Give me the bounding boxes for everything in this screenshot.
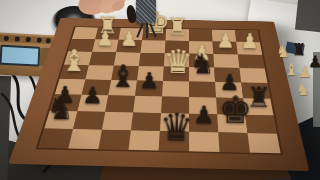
square-f8[interactable]	[98, 130, 131, 150]
square-a8[interactable]	[248, 133, 281, 153]
square-b3[interactable]	[213, 54, 239, 68]
square-d1[interactable]: ♜	[165, 29, 189, 41]
piece-bQ-d8[interactable]: ♛	[159, 108, 190, 147]
square-d5[interactable]	[162, 81, 189, 97]
captured-piece-wN[interactable]: ♞	[296, 82, 310, 98]
square-b8[interactable]	[218, 132, 250, 152]
square-g7[interactable]	[73, 111, 105, 129]
piece-bN-c4[interactable]: ♞	[189, 50, 215, 78]
square-c5[interactable]	[189, 82, 216, 98]
square-e3[interactable]	[139, 53, 165, 67]
square-g8[interactable]	[68, 129, 102, 149]
chess-board: ♜♚♜♟♟♟♟♟♝♛♞♝♟♟♟♟♜♞♟♚♛	[8, 18, 309, 171]
camera-tripod-leg	[146, 23, 148, 38]
square-c1[interactable]	[189, 29, 213, 41]
square-h8[interactable]	[38, 128, 73, 148]
square-d8[interactable]: ♛	[159, 131, 189, 151]
piece-bK-b7[interactable]: ♚	[218, 90, 248, 128]
piece-wB-h4[interactable]: ♝	[61, 46, 87, 76]
square-f7[interactable]	[102, 112, 133, 131]
piece-wP-g2[interactable]: ♟	[93, 29, 117, 50]
captured-piece-bP[interactable]: ♟	[308, 54, 320, 70]
square-h4[interactable]: ♝	[60, 65, 89, 80]
piece-wP-a2[interactable]: ♟	[237, 31, 262, 52]
square-b7[interactable]: ♚	[217, 114, 247, 133]
square-e2[interactable]	[140, 40, 165, 53]
square-e7[interactable]	[131, 112, 161, 131]
square-e6[interactable]	[133, 96, 162, 113]
piece-wR-d1[interactable]: ♜	[166, 14, 190, 38]
scene-root: ♜♚♜♟♟♟♟♟♝♛♞♝♟♟♟♟♜♞♟♚♛ ♞♜♝♟♟♞	[0, 0, 320, 180]
square-b2[interactable]: ♟	[213, 41, 238, 54]
board-grid: ♜♚♜♟♟♟♟♟♝♛♞♝♟♟♟♟♜♞♟♚♛	[38, 27, 280, 153]
square-g2[interactable]: ♟	[92, 39, 118, 52]
square-d4[interactable]: ♛	[163, 67, 189, 82]
mini-camera-icon	[136, 0, 156, 23]
piece-bB-f5[interactable]: ♝	[109, 61, 136, 92]
captured-piece-wN[interactable]: ♞	[276, 44, 290, 60]
square-a3[interactable]	[238, 55, 265, 69]
square-e8[interactable]	[129, 130, 160, 150]
square-a2[interactable]: ♟	[236, 42, 262, 55]
board-perspective-scene: ♜♚♜♟♟♟♟♟♝♛♞♝♟♟♟♟♜♞♟♚♛	[0, 0, 320, 180]
piece-wQ-d4[interactable]: ♛	[163, 45, 189, 78]
piece-bP-e5[interactable]: ♟	[136, 70, 163, 93]
square-f2[interactable]: ♟	[116, 40, 142, 53]
square-e5[interactable]: ♟	[135, 80, 163, 96]
square-h7[interactable]: ♞	[44, 111, 77, 129]
square-c8[interactable]	[189, 132, 219, 152]
square-c4[interactable]: ♞	[189, 67, 215, 82]
piece-wP-b2[interactable]: ♟	[213, 31, 238, 52]
captured-piece-bR[interactable]: ♜	[292, 42, 306, 58]
captured-piece-wB[interactable]: ♝	[284, 62, 298, 78]
square-g6[interactable]: ♟	[77, 95, 108, 112]
piece-bP-g6[interactable]: ♟	[78, 84, 106, 108]
square-f5[interactable]: ♝	[108, 80, 137, 96]
piece-bN-h7[interactable]: ♞	[46, 93, 75, 125]
square-f6[interactable]	[105, 95, 135, 112]
